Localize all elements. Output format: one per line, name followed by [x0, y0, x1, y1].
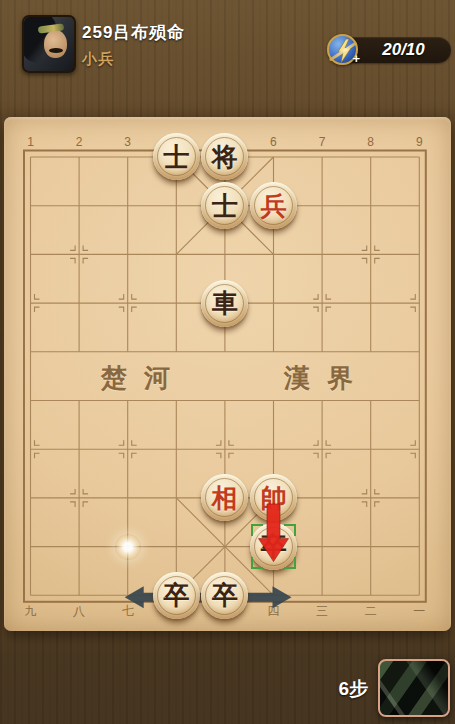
piece-glyph: 卒 — [212, 582, 238, 608]
tap-effect-dot — [115, 534, 141, 560]
avatar[interactable] — [22, 15, 76, 73]
last-move-corner-marker — [284, 557, 296, 569]
piece-black-卒[interactable]: 卒 — [201, 572, 248, 619]
piece-red-相[interactable]: 相 — [201, 474, 248, 521]
piece-layer[interactable]: 士将士兵車相帥卒卒卒 — [6, 133, 443, 620]
plus-icon: + — [352, 51, 360, 66]
boss-card — [378, 659, 450, 717]
piece-red-帥[interactable]: 帥 — [250, 474, 297, 521]
piece-black-卒[interactable]: 卒 — [250, 523, 297, 570]
piece-glyph: 相 — [212, 485, 238, 511]
piece-black-将[interactable]: 将 — [201, 133, 248, 180]
piece-glyph: 士 — [212, 193, 238, 219]
game-screen: 259吕布殒命 小兵 + 20/10 123456789 九八七六五四三二一 楚… — [0, 0, 455, 724]
last-move-corner-marker — [251, 557, 263, 569]
last-move-corner-marker — [284, 524, 296, 536]
level-title: 259吕布殒命 — [82, 21, 185, 44]
title-block: 259吕布殒命 小兵 — [82, 21, 185, 69]
piece-glyph: 卒 — [163, 582, 189, 608]
piece-black-卒[interactable]: 卒 — [153, 572, 200, 619]
piece-red-兵[interactable]: 兵 — [250, 182, 297, 229]
avatar-face — [44, 30, 67, 58]
energy-badge[interactable]: + 20/10 — [332, 37, 451, 63]
piece-black-士[interactable]: 士 — [201, 182, 248, 229]
player-rank: 小兵 — [82, 50, 185, 69]
piece-glyph: 将 — [212, 144, 238, 170]
piece-glyph: 帥 — [260, 485, 286, 511]
energy-count: 20/10 — [366, 37, 441, 63]
piece-black-車[interactable]: 車 — [201, 280, 248, 327]
steps-counter: 6步 — [318, 676, 368, 702]
last-move-corner-marker — [251, 524, 263, 536]
lightning-icon: + — [327, 34, 358, 65]
piece-glyph: 車 — [212, 290, 238, 316]
piece-glyph: 兵 — [260, 193, 286, 219]
avatar-mustache — [49, 48, 63, 53]
piece-black-士[interactable]: 士 — [153, 133, 200, 180]
piece-glyph: 士 — [163, 144, 189, 170]
piece-glyph: 卒 — [260, 533, 286, 559]
